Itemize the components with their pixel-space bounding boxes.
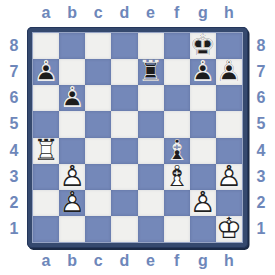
- white-pawn-glyph-outline: ♙: [216, 163, 242, 189]
- square-c2[interactable]: [85, 190, 111, 216]
- rank-label-right-1: 1: [251, 216, 271, 242]
- board-frame: ♚♔♟♙♜♖♟♙♟♙♟♙♜♖♝♗♟♙♝♗♟♙♟♙♟♙♚♔: [27, 27, 248, 248]
- piece-black-pawn[interactable]: ♟♙: [190, 59, 216, 85]
- square-h5[interactable]: [216, 111, 242, 137]
- square-c7[interactable]: [85, 59, 111, 85]
- square-b5[interactable]: [59, 111, 85, 137]
- piece-black-pawn[interactable]: ♟♙: [216, 59, 242, 85]
- rank-label-left-4: 4: [4, 138, 24, 164]
- square-b2[interactable]: ♟♙: [59, 190, 85, 216]
- square-c5[interactable]: [85, 111, 111, 137]
- file-labels-bottom: abcdefgh: [33, 251, 242, 271]
- square-d4[interactable]: [111, 138, 137, 164]
- rank-label-right-3: 3: [251, 164, 271, 190]
- rank-label-left-3: 3: [4, 164, 24, 190]
- white-king-glyph-outline: ♔: [216, 215, 242, 241]
- square-a3[interactable]: [33, 164, 59, 190]
- square-g2[interactable]: ♟♙: [190, 190, 216, 216]
- piece-white-rook[interactable]: ♜♖: [33, 138, 59, 164]
- white-pawn-glyph-outline: ♙: [59, 189, 85, 215]
- square-a6[interactable]: [33, 85, 59, 111]
- piece-black-pawn[interactable]: ♟♙: [59, 85, 85, 111]
- square-g5[interactable]: [190, 111, 216, 137]
- file-label-bottom-c: c: [85, 251, 111, 271]
- piece-black-pawn[interactable]: ♟♙: [33, 59, 59, 85]
- square-d2[interactable]: [111, 190, 137, 216]
- file-label-bottom-d: d: [111, 251, 137, 271]
- black-rook-glyph-outline: ♖: [138, 58, 164, 84]
- square-b6[interactable]: ♟♙: [59, 85, 85, 111]
- black-pawn-glyph-outline: ♙: [33, 58, 59, 84]
- black-pawn-glyph-outline: ♙: [59, 84, 85, 110]
- file-label-bottom-a: a: [33, 251, 59, 271]
- rank-label-right-7: 7: [251, 59, 271, 85]
- square-f8[interactable]: [164, 33, 190, 59]
- square-a1[interactable]: [33, 216, 59, 242]
- white-pawn-glyph-outline: ♙: [190, 189, 216, 215]
- rank-label-left-8: 8: [4, 33, 24, 59]
- square-g4[interactable]: [190, 138, 216, 164]
- square-b1[interactable]: [59, 216, 85, 242]
- square-e6[interactable]: [138, 85, 164, 111]
- white-rook-glyph-outline: ♖: [33, 137, 59, 163]
- rank-label-left-2: 2: [4, 190, 24, 216]
- piece-white-king[interactable]: ♚♔: [216, 216, 242, 242]
- black-pawn-glyph-outline: ♙: [190, 58, 216, 84]
- square-h7[interactable]: ♟♙: [216, 59, 242, 85]
- square-g7[interactable]: ♟♙: [190, 59, 216, 85]
- rank-label-right-4: 4: [251, 138, 271, 164]
- rank-label-left-7: 7: [4, 59, 24, 85]
- file-label-top-h: h: [216, 3, 242, 23]
- square-d3[interactable]: [111, 164, 137, 190]
- file-label-bottom-g: g: [190, 251, 216, 271]
- piece-black-rook[interactable]: ♜♖: [138, 59, 164, 85]
- piece-white-pawn[interactable]: ♟♙: [190, 190, 216, 216]
- rank-label-left-1: 1: [4, 216, 24, 242]
- file-label-top-a: a: [33, 3, 59, 23]
- square-e1[interactable]: [138, 216, 164, 242]
- square-d8[interactable]: [111, 33, 137, 59]
- square-d1[interactable]: [111, 216, 137, 242]
- black-pawn-glyph-outline: ♙: [216, 58, 242, 84]
- file-labels-top: abcdefgh: [33, 3, 242, 23]
- square-e7[interactable]: ♜♖: [138, 59, 164, 85]
- square-f1[interactable]: [164, 216, 190, 242]
- square-e2[interactable]: [138, 190, 164, 216]
- file-label-top-d: d: [111, 3, 137, 23]
- square-c8[interactable]: [85, 33, 111, 59]
- square-e3[interactable]: [138, 164, 164, 190]
- square-f6[interactable]: [164, 85, 190, 111]
- rank-label-right-5: 5: [251, 111, 271, 137]
- square-h3[interactable]: ♟♙: [216, 164, 242, 190]
- square-g1[interactable]: [190, 216, 216, 242]
- rank-labels-right: 87654321: [251, 33, 271, 242]
- file-label-bottom-b: b: [59, 251, 85, 271]
- square-c4[interactable]: [85, 138, 111, 164]
- file-label-top-g: g: [190, 3, 216, 23]
- square-a2[interactable]: [33, 190, 59, 216]
- square-c3[interactable]: [85, 164, 111, 190]
- file-label-top-e: e: [138, 3, 164, 23]
- rank-label-right-6: 6: [251, 85, 271, 111]
- chess-board: ♚♔♟♙♜♖♟♙♟♙♟♙♜♖♝♗♟♙♝♗♟♙♟♙♟♙♚♔: [33, 33, 242, 242]
- rank-label-left-5: 5: [4, 111, 24, 137]
- square-b8[interactable]: [59, 33, 85, 59]
- piece-white-pawn[interactable]: ♟♙: [216, 164, 242, 190]
- file-label-bottom-f: f: [164, 251, 190, 271]
- square-a4[interactable]: ♜♖: [33, 138, 59, 164]
- square-h6[interactable]: [216, 85, 242, 111]
- square-g6[interactable]: [190, 85, 216, 111]
- square-d7[interactable]: [111, 59, 137, 85]
- file-label-top-b: b: [59, 3, 85, 23]
- piece-white-bishop[interactable]: ♝♗: [164, 164, 190, 190]
- rank-label-left-6: 6: [4, 85, 24, 111]
- square-f3[interactable]: ♝♗: [164, 164, 190, 190]
- white-bishop-glyph-outline: ♗: [164, 163, 190, 189]
- square-h1[interactable]: ♚♔: [216, 216, 242, 242]
- file-label-bottom-e: e: [138, 251, 164, 271]
- file-label-bottom-h: h: [216, 251, 242, 271]
- chess-diagram: abcdefgh 87654321 ♚♔♟♙♜♖♟♙♟♙♟♙♜♖♝♗♟♙♝♗♟♙…: [0, 0, 275, 275]
- square-c1[interactable]: [85, 216, 111, 242]
- rank-labels-left: 87654321: [4, 33, 24, 242]
- rank-label-right-8: 8: [251, 33, 271, 59]
- square-a7[interactable]: ♟♙: [33, 59, 59, 85]
- square-d6[interactable]: [111, 85, 137, 111]
- square-d5[interactable]: [111, 111, 137, 137]
- square-c6[interactable]: [85, 85, 111, 111]
- square-f2[interactable]: [164, 190, 190, 216]
- square-f7[interactable]: [164, 59, 190, 85]
- square-e5[interactable]: [138, 111, 164, 137]
- square-e4[interactable]: [138, 138, 164, 164]
- file-label-top-c: c: [85, 3, 111, 23]
- piece-white-pawn[interactable]: ♟♙: [59, 190, 85, 216]
- file-label-top-f: f: [164, 3, 190, 23]
- rank-label-right-2: 2: [251, 190, 271, 216]
